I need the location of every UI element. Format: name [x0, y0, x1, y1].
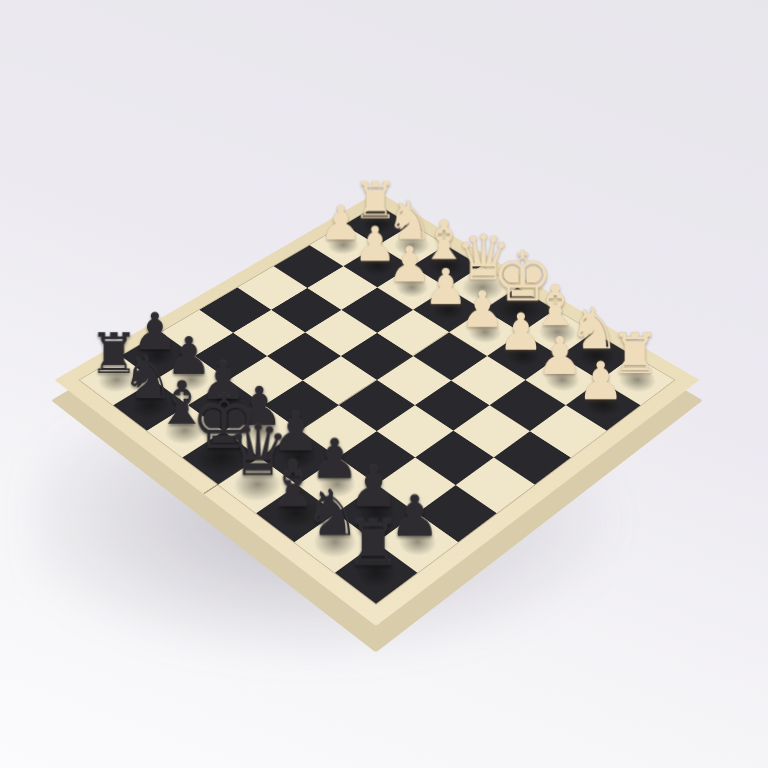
square-h2[interactable]: ♟: [565, 380, 640, 431]
piece-stand: ♟: [397, 527, 438, 557]
product-photo-scene: ♜♞♝♛♚♝♞♜♟♟♟♟♟♟♟♟♟♟♟♟♟♟♟♟♜♞♝♚♛♝♞♜: [0, 0, 768, 768]
chess-board: ♜♞♝♛♚♝♞♜♟♟♟♟♟♟♟♟♟♟♟♟♟♟♟♟♜♞♝♚♛♝♞♜: [80, 205, 674, 604]
piece-stand: ♜: [356, 557, 397, 588]
piece-black-rook[interactable]: ♜: [344, 512, 403, 575]
chess-board-frame: ♜♞♝♛♚♝♞♜♟♟♟♟♟♟♟♟♟♟♟♟♟♟♟♟♜♞♝♚♛♝♞♜: [55, 192, 700, 626]
board-3d-wrapper: ♜♞♝♛♚♝♞♜♟♟♟♟♟♟♟♟♟♟♟♟♟♟♟♟♜♞♝♚♛♝♞♜: [55, 192, 700, 626]
piece-stand: ♟: [583, 392, 624, 417]
piece-white-pawn[interactable]: ♟: [574, 354, 627, 407]
